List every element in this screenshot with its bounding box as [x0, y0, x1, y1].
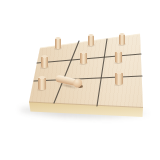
peg-r1c3[interactable] [119, 33, 126, 45]
pieces-layer [0, 0, 160, 160]
peg-r2c3[interactable] [115, 50, 122, 63]
peg-r3c3[interactable] [115, 71, 123, 85]
peg-r2c1[interactable] [41, 55, 48, 69]
peg-r3c1[interactable] [38, 76, 46, 91]
fallen-peg-r3c2[interactable] [54, 72, 86, 93]
peg-r1c2[interactable] [88, 34, 95, 46]
peg-r1c1[interactable] [55, 37, 62, 49]
peg-r2c2[interactable] [80, 51, 87, 64]
scene [0, 0, 160, 160]
